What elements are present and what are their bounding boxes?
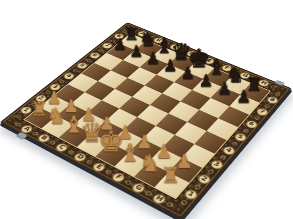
scene: ♜♞♝♛♚♝♞♜♟♟♟♟♟♟♟♟♟♟♟♟♟♟♟♟♜♞♝♛♚♝♞♜ AA88BB7… <box>0 0 293 219</box>
chess-board: ♜♞♝♛♚♝♞♜♟♟♟♟♟♟♟♟♟♟♟♟♟♟♟♟♜♞♝♛♚♝♞♜ AA88BB7… <box>0 22 292 219</box>
piece-white-rook-h1: ♜ <box>156 165 186 187</box>
photo-frame: ♜♞♝♛♚♝♞♜♟♟♟♟♟♟♟♟♟♟♟♟♟♟♟♟♜♞♝♛♚♝♞♜ AA88BB7… <box>0 0 293 219</box>
piece-black-pawn-h7: ♟ <box>231 88 257 105</box>
